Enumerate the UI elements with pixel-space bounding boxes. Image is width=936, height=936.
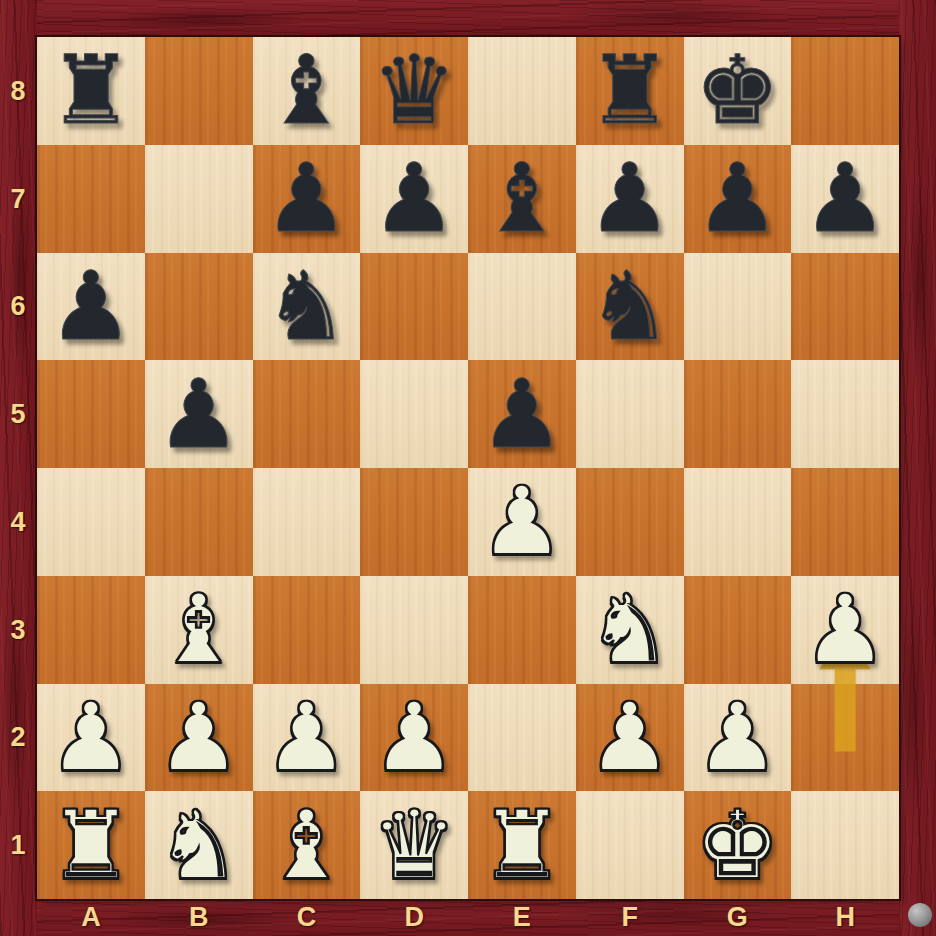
white-king-g1[interactable]: ♚ — [695, 798, 780, 893]
square-h7[interactable]: ♟ — [791, 145, 899, 253]
black-pawn-h7[interactable]: ♟ — [803, 151, 888, 246]
square-h3[interactable]: ♟ — [791, 576, 899, 684]
square-b8[interactable] — [145, 37, 253, 145]
frame-top — [0, 0, 936, 37]
corner-dot — [908, 903, 932, 927]
black-bishop-e7[interactable]: ♝ — [479, 151, 564, 246]
square-a2[interactable]: ♟ — [37, 684, 145, 792]
square-h6[interactable] — [791, 253, 899, 361]
square-a8[interactable]: ♜ — [37, 37, 145, 145]
black-pawn-f7[interactable]: ♟ — [587, 151, 672, 246]
square-g8[interactable]: ♚ — [684, 37, 792, 145]
square-c5[interactable] — [253, 360, 361, 468]
square-e7[interactable]: ♝ — [468, 145, 576, 253]
square-b1[interactable]: ♞ — [145, 791, 253, 899]
square-d8[interactable]: ♛ — [360, 37, 468, 145]
square-g3[interactable] — [684, 576, 792, 684]
square-d2[interactable]: ♟ — [360, 684, 468, 792]
black-pawn-b5[interactable]: ♟ — [156, 367, 241, 462]
square-a5[interactable] — [37, 360, 145, 468]
black-pawn-e5[interactable]: ♟ — [479, 367, 564, 462]
square-g5[interactable] — [684, 360, 792, 468]
square-f4[interactable] — [576, 468, 684, 576]
square-e8[interactable] — [468, 37, 576, 145]
square-d1[interactable]: ♛ — [360, 791, 468, 899]
black-king-g8[interactable]: ♚ — [695, 43, 780, 138]
square-e3[interactable] — [468, 576, 576, 684]
black-pawn-c7[interactable]: ♟ — [264, 151, 349, 246]
square-f3[interactable]: ♞ — [576, 576, 684, 684]
square-g2[interactable]: ♟ — [684, 684, 792, 792]
square-c1[interactable]: ♝ — [253, 791, 361, 899]
black-pawn-a6[interactable]: ♟ — [48, 259, 133, 354]
black-rook-f8[interactable]: ♜ — [587, 43, 672, 138]
square-h8[interactable] — [791, 37, 899, 145]
chessboard-screenshot: ♜♝♛♜♚♟♟♝♟♟♟♟♞♞♟♟♟♝♞♟♟♟♟♟♟♟♜♞♝♛♜♚ ABCDEFG… — [0, 0, 936, 936]
square-f1[interactable] — [576, 791, 684, 899]
white-pawn-d2[interactable]: ♟ — [372, 690, 457, 785]
white-pawn-c2[interactable]: ♟ — [264, 690, 349, 785]
square-c7[interactable]: ♟ — [253, 145, 361, 253]
white-pawn-b2[interactable]: ♟ — [156, 690, 241, 785]
square-g1[interactable]: ♚ — [684, 791, 792, 899]
square-a3[interactable] — [37, 576, 145, 684]
square-e4[interactable]: ♟ — [468, 468, 576, 576]
black-queen-d8[interactable]: ♛ — [372, 43, 457, 138]
white-bishop-b3[interactable]: ♝ — [156, 582, 241, 677]
white-pawn-g2[interactable]: ♟ — [695, 690, 780, 785]
square-d4[interactable] — [360, 468, 468, 576]
square-d6[interactable] — [360, 253, 468, 361]
white-rook-a1[interactable]: ♜ — [48, 798, 133, 893]
square-c8[interactable]: ♝ — [253, 37, 361, 145]
frame-left — [0, 0, 37, 936]
square-b7[interactable] — [145, 145, 253, 253]
square-f2[interactable]: ♟ — [576, 684, 684, 792]
square-f5[interactable] — [576, 360, 684, 468]
square-h4[interactable] — [791, 468, 899, 576]
square-a4[interactable] — [37, 468, 145, 576]
square-b2[interactable]: ♟ — [145, 684, 253, 792]
square-e5[interactable]: ♟ — [468, 360, 576, 468]
square-h2[interactable] — [791, 684, 899, 792]
black-knight-c6[interactable]: ♞ — [264, 259, 349, 354]
square-b4[interactable] — [145, 468, 253, 576]
white-pawn-a2[interactable]: ♟ — [48, 690, 133, 785]
square-e1[interactable]: ♜ — [468, 791, 576, 899]
square-a7[interactable] — [37, 145, 145, 253]
white-pawn-f2[interactable]: ♟ — [587, 690, 672, 785]
black-rook-a8[interactable]: ♜ — [48, 43, 133, 138]
square-c6[interactable]: ♞ — [253, 253, 361, 361]
white-knight-f3[interactable]: ♞ — [587, 582, 672, 677]
square-e6[interactable] — [468, 253, 576, 361]
white-knight-b1[interactable]: ♞ — [156, 798, 241, 893]
black-pawn-g7[interactable]: ♟ — [695, 151, 780, 246]
square-g7[interactable]: ♟ — [684, 145, 792, 253]
square-c2[interactable]: ♟ — [253, 684, 361, 792]
white-rook-e1[interactable]: ♜ — [479, 798, 564, 893]
black-bishop-c8[interactable]: ♝ — [264, 43, 349, 138]
square-f6[interactable]: ♞ — [576, 253, 684, 361]
square-d3[interactable] — [360, 576, 468, 684]
frame-bottom — [0, 899, 936, 936]
square-c4[interactable] — [253, 468, 361, 576]
square-g4[interactable] — [684, 468, 792, 576]
square-b5[interactable]: ♟ — [145, 360, 253, 468]
white-pawn-h3[interactable]: ♟ — [803, 582, 888, 677]
square-g6[interactable] — [684, 253, 792, 361]
black-pawn-d7[interactable]: ♟ — [372, 151, 457, 246]
white-queen-d1[interactable]: ♛ — [372, 798, 457, 893]
square-f7[interactable]: ♟ — [576, 145, 684, 253]
frame-right — [899, 0, 936, 936]
square-e2[interactable] — [468, 684, 576, 792]
chess-board: ♜♝♛♜♚♟♟♝♟♟♟♟♞♞♟♟♟♝♞♟♟♟♟♟♟♟♜♞♝♛♜♚ — [37, 37, 899, 899]
square-d7[interactable]: ♟ — [360, 145, 468, 253]
square-a6[interactable]: ♟ — [37, 253, 145, 361]
black-knight-f6[interactable]: ♞ — [587, 259, 672, 354]
square-h5[interactable] — [791, 360, 899, 468]
square-b6[interactable] — [145, 253, 253, 361]
square-b3[interactable]: ♝ — [145, 576, 253, 684]
square-c3[interactable] — [253, 576, 361, 684]
white-pawn-e4[interactable]: ♟ — [479, 474, 564, 569]
square-d5[interactable] — [360, 360, 468, 468]
square-a1[interactable]: ♜ — [37, 791, 145, 899]
white-bishop-c1[interactable]: ♝ — [264, 798, 349, 893]
square-f8[interactable]: ♜ — [576, 37, 684, 145]
square-h1[interactable] — [791, 791, 899, 899]
